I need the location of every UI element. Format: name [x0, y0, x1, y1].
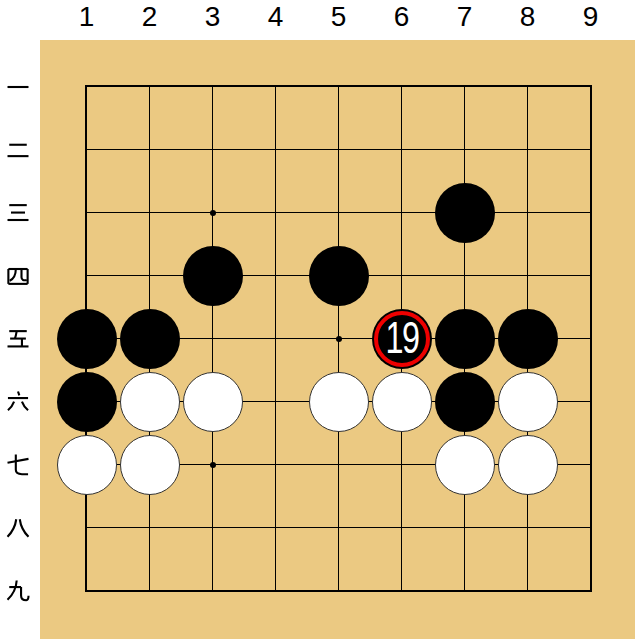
column-label-1: 1 — [55, 0, 118, 34]
row-label-4 — [4, 262, 32, 290]
stone-black-1-6 — [57, 372, 117, 432]
column-label-9: 9 — [559, 0, 622, 34]
stone-black-6-5: 19 — [372, 309, 432, 369]
row-label-1 — [4, 73, 32, 101]
row-label-9 — [4, 577, 32, 605]
stone-black-7-6 — [435, 372, 495, 432]
column-label-4: 4 — [244, 0, 307, 34]
stone-black-3-4 — [183, 246, 243, 306]
column-label-6: 6 — [370, 0, 433, 34]
stone-white-1-7 — [57, 435, 117, 495]
stone-black-7-5 — [435, 309, 495, 369]
stone-white-5-6 — [309, 372, 369, 432]
grid-line-horizontal-8 — [87, 527, 591, 528]
stone-black-5-4 — [309, 246, 369, 306]
row-label-3 — [4, 199, 32, 227]
row-label-5 — [4, 325, 32, 353]
star-point-3-7 — [210, 462, 216, 468]
star-point-5-5 — [336, 336, 342, 342]
stone-white-3-6 — [183, 372, 243, 432]
row-label-8 — [4, 514, 32, 542]
stone-white-6-6 — [372, 372, 432, 432]
column-label-3: 3 — [181, 0, 244, 34]
stone-white-7-7 — [435, 435, 495, 495]
column-label-7: 7 — [433, 0, 496, 34]
stone-white-2-6 — [120, 372, 180, 432]
stone-white-2-7 — [120, 435, 180, 495]
stone-black-1-5 — [57, 309, 117, 369]
stone-white-8-7 — [498, 435, 558, 495]
go-diagram-page: 123456789 19 — [0, 0, 635, 639]
stone-black-2-5 — [120, 309, 180, 369]
column-label-2: 2 — [118, 0, 181, 34]
row-label-6 — [4, 388, 32, 416]
stone-black-7-3 — [435, 183, 495, 243]
column-label-5: 5 — [307, 0, 370, 34]
stone-black-8-5 — [498, 309, 558, 369]
star-point-3-3 — [210, 210, 216, 216]
row-label-2 — [4, 136, 32, 164]
row-label-7 — [4, 451, 32, 479]
column-label-8: 8 — [496, 0, 559, 34]
move-number-label: 19 — [380, 309, 423, 369]
stone-white-8-6 — [498, 372, 558, 432]
